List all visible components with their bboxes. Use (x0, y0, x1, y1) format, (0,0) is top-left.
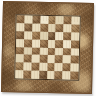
board-square (39, 23, 47, 31)
board-square (39, 47, 47, 55)
board-square (46, 63, 54, 71)
board-square (55, 24, 63, 32)
board-square (71, 32, 79, 40)
chess-board (0, 0, 93, 93)
board-square (54, 71, 62, 79)
board-square (16, 23, 24, 31)
board-square (70, 55, 78, 63)
board-square (15, 62, 23, 70)
board-square (55, 16, 63, 24)
board-square (31, 31, 39, 39)
board-square (23, 70, 31, 78)
board-square (55, 31, 63, 39)
board-square (32, 15, 40, 23)
board-square (63, 32, 71, 40)
board-square (31, 70, 39, 78)
board-square (70, 63, 78, 71)
board-square (47, 39, 55, 47)
board-square (31, 39, 39, 47)
board-square (31, 55, 39, 63)
board-square (39, 55, 47, 63)
board-square (23, 46, 31, 54)
board-square (32, 23, 40, 31)
board-square (48, 16, 56, 24)
board-square (70, 48, 78, 56)
board-square (55, 55, 63, 63)
board-square (62, 55, 70, 63)
board-square (31, 62, 39, 70)
board-square (16, 38, 24, 46)
board-square (39, 31, 47, 39)
board-square (62, 63, 70, 71)
board-square (47, 31, 55, 39)
board-square (24, 23, 32, 31)
board-square (70, 71, 78, 79)
board-square (63, 39, 71, 47)
board-square (71, 24, 79, 32)
board-square (63, 47, 71, 55)
photo-background (0, 0, 96, 96)
board-square (47, 55, 55, 63)
board-square (47, 47, 55, 55)
board-square (24, 15, 32, 23)
board-square (15, 54, 23, 62)
board-square (23, 39, 31, 47)
board-square (62, 71, 70, 79)
board-square (24, 31, 32, 39)
board-square (55, 39, 63, 47)
board-square (39, 39, 47, 47)
board-square (47, 23, 55, 31)
board-square (23, 62, 31, 70)
board-square (54, 63, 62, 71)
board-square (46, 71, 54, 79)
board-square (16, 31, 24, 39)
board-square (63, 24, 71, 32)
board-square (16, 15, 24, 23)
board-square (39, 63, 47, 71)
board-square (63, 16, 71, 24)
board-square (38, 70, 46, 78)
board-square (40, 15, 48, 23)
board-playing-area (14, 14, 80, 80)
board-square (15, 46, 23, 54)
board-square (71, 40, 79, 48)
board-square (15, 70, 23, 78)
board-square (55, 47, 63, 55)
board-square (31, 47, 39, 55)
board-square (71, 16, 79, 24)
board-square (23, 54, 31, 62)
